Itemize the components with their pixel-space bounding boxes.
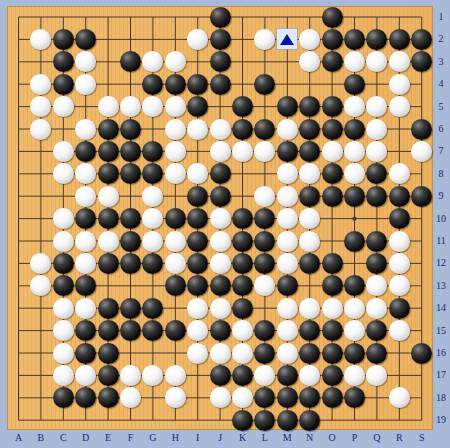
column-label-D: D — [78, 433, 94, 443]
stone-black-L4[interactable] — [254, 74, 275, 95]
column-label-G: G — [145, 433, 161, 443]
stone-white-O7[interactable] — [322, 141, 343, 162]
column-label-L: L — [257, 433, 273, 443]
stone-black-D16[interactable] — [75, 343, 96, 364]
stone-black-O13[interactable] — [322, 275, 343, 296]
stone-black-R2[interactable] — [389, 29, 410, 50]
stone-white-O14[interactable] — [322, 298, 343, 319]
stone-black-F15[interactable] — [120, 320, 141, 341]
column-label-F: F — [123, 433, 139, 443]
stone-white-B4[interactable] — [30, 74, 51, 95]
stone-black-L16[interactable] — [254, 343, 275, 364]
stone-white-M10[interactable] — [277, 208, 298, 229]
stone-black-Q16[interactable] — [366, 343, 387, 364]
stone-black-O15[interactable] — [322, 320, 343, 341]
stone-black-P11[interactable] — [344, 231, 365, 252]
stone-black-C12[interactable] — [53, 253, 74, 274]
stone-black-R9[interactable] — [389, 186, 410, 207]
column-label-S: S — [414, 433, 430, 443]
stone-white-N14[interactable] — [299, 298, 320, 319]
stone-black-N6[interactable] — [299, 119, 320, 140]
stone-black-M5[interactable] — [277, 96, 298, 117]
column-label-Q: Q — [369, 433, 385, 443]
stone-black-P9[interactable] — [344, 186, 365, 207]
stone-black-J8[interactable] — [210, 163, 231, 184]
row-label-5: 5 — [433, 102, 449, 112]
stone-white-C11[interactable] — [53, 231, 74, 252]
stone-black-E10[interactable] — [98, 208, 119, 229]
triangle-marker-icon — [280, 34, 294, 45]
stone-white-R13[interactable] — [389, 275, 410, 296]
stone-white-I6[interactable] — [187, 119, 208, 140]
stone-black-O6[interactable] — [322, 119, 343, 140]
column-label-B: B — [33, 433, 49, 443]
stone-black-E17[interactable] — [98, 365, 119, 386]
stone-black-O2[interactable] — [322, 29, 343, 50]
stone-black-K12[interactable] — [232, 253, 253, 274]
stone-black-S6[interactable] — [411, 119, 432, 140]
stone-white-D9[interactable] — [75, 186, 96, 207]
stone-black-F12[interactable] — [120, 253, 141, 274]
stone-white-R8[interactable] — [389, 163, 410, 184]
stone-black-O8[interactable] — [322, 163, 343, 184]
stone-black-L6[interactable] — [254, 119, 275, 140]
stone-white-R11[interactable] — [389, 231, 410, 252]
stone-black-G14[interactable] — [142, 298, 163, 319]
stone-white-G11[interactable] — [142, 231, 163, 252]
stone-white-C15[interactable] — [53, 320, 74, 341]
column-label-K: K — [235, 433, 251, 443]
stone-black-J9[interactable] — [210, 186, 231, 207]
row-label-6: 6 — [433, 124, 449, 134]
stone-black-N16[interactable] — [299, 343, 320, 364]
column-label-C: C — [55, 433, 71, 443]
stone-black-C18[interactable] — [53, 387, 74, 408]
stone-white-R4[interactable] — [389, 74, 410, 95]
stone-black-O3[interactable] — [322, 51, 343, 72]
stone-white-M9[interactable] — [277, 186, 298, 207]
stone-black-L19[interactable] — [254, 410, 275, 431]
stone-white-B6[interactable] — [30, 119, 51, 140]
stone-black-P16[interactable] — [344, 343, 365, 364]
stone-black-I11[interactable] — [187, 231, 208, 252]
row-label-15: 15 — [433, 326, 449, 336]
stone-white-F5[interactable] — [120, 96, 141, 117]
stone-white-C8[interactable] — [53, 163, 74, 184]
go-app-window: 12345678910111213141516171819 ABCDEFGHIJ… — [0, 0, 450, 448]
row-label-16: 16 — [433, 348, 449, 358]
stone-black-I4[interactable] — [187, 74, 208, 95]
stone-white-J10[interactable] — [210, 208, 231, 229]
stone-black-N9[interactable] — [299, 186, 320, 207]
stone-white-H18[interactable] — [165, 387, 186, 408]
stone-white-Q14[interactable] — [366, 298, 387, 319]
stone-black-I9[interactable] — [187, 186, 208, 207]
stone-white-F17[interactable] — [120, 365, 141, 386]
stone-black-L11[interactable] — [254, 231, 275, 252]
column-label-H: H — [167, 433, 183, 443]
row-label-14: 14 — [433, 303, 449, 313]
stone-black-I12[interactable] — [187, 253, 208, 274]
stone-white-C16[interactable] — [53, 343, 74, 364]
stone-white-H6[interactable] — [165, 119, 186, 140]
stone-black-E14[interactable] — [98, 298, 119, 319]
stone-white-E5[interactable] — [98, 96, 119, 117]
column-label-N: N — [302, 433, 318, 443]
column-label-I: I — [190, 433, 206, 443]
column-label-O: O — [324, 433, 340, 443]
stone-white-M15[interactable] — [277, 320, 298, 341]
stone-white-J12[interactable] — [210, 253, 231, 274]
stone-white-H8[interactable] — [165, 163, 186, 184]
stone-black-F10[interactable] — [120, 208, 141, 229]
stone-white-S7[interactable] — [411, 141, 432, 162]
stone-white-K16[interactable] — [232, 343, 253, 364]
stone-black-K14[interactable] — [232, 298, 253, 319]
column-label-E: E — [100, 433, 116, 443]
row-label-12: 12 — [433, 258, 449, 268]
go-board[interactable] — [7, 6, 433, 430]
stone-black-S2[interactable] — [411, 29, 432, 50]
stone-black-K5[interactable] — [232, 96, 253, 117]
stone-white-H3[interactable] — [165, 51, 186, 72]
stone-black-Q9[interactable] — [366, 186, 387, 207]
stone-white-H12[interactable] — [165, 253, 186, 274]
row-label-9: 9 — [433, 191, 449, 201]
stone-black-D2[interactable] — [75, 29, 96, 50]
stone-white-P7[interactable] — [344, 141, 365, 162]
stone-black-J2[interactable] — [210, 29, 231, 50]
stone-white-R5[interactable] — [389, 96, 410, 117]
stone-black-Q11[interactable] — [366, 231, 387, 252]
stone-white-N17[interactable] — [299, 365, 320, 386]
star-point — [352, 216, 356, 220]
stone-white-P14[interactable] — [344, 298, 365, 319]
column-label-A: A — [11, 433, 27, 443]
stone-black-H4[interactable] — [165, 74, 186, 95]
stone-black-E7[interactable] — [98, 141, 119, 162]
stone-white-E11[interactable] — [98, 231, 119, 252]
stone-black-F7[interactable] — [120, 141, 141, 162]
stone-white-R15[interactable] — [389, 320, 410, 341]
stone-white-J18[interactable] — [210, 387, 231, 408]
stone-white-P5[interactable] — [344, 96, 365, 117]
stone-white-I2[interactable] — [187, 29, 208, 50]
row-label-13: 13 — [433, 281, 449, 291]
stone-white-E9[interactable] — [98, 186, 119, 207]
stone-white-I16[interactable] — [187, 343, 208, 364]
stone-white-M16[interactable] — [277, 343, 298, 364]
stone-white-J6[interactable] — [210, 119, 231, 140]
stone-white-M8[interactable] — [277, 163, 298, 184]
stone-black-D7[interactable] — [75, 141, 96, 162]
stone-white-D14[interactable] — [75, 298, 96, 319]
stone-white-C14[interactable] — [53, 298, 74, 319]
stone-white-H11[interactable] — [165, 231, 186, 252]
stone-white-D6[interactable] — [75, 119, 96, 140]
row-label-7: 7 — [433, 146, 449, 156]
stone-white-R18[interactable] — [389, 387, 410, 408]
stone-black-C3[interactable] — [53, 51, 74, 72]
stone-white-H5[interactable] — [165, 96, 186, 117]
stone-black-M7[interactable] — [277, 141, 298, 162]
stone-black-J13[interactable] — [210, 275, 231, 296]
stone-black-E8[interactable] — [98, 163, 119, 184]
stone-black-E18[interactable] — [98, 387, 119, 408]
stone-white-D11[interactable] — [75, 231, 96, 252]
stone-black-E12[interactable] — [98, 253, 119, 274]
stone-white-N2[interactable] — [299, 29, 320, 50]
stone-black-J1[interactable] — [210, 7, 231, 28]
stone-white-M12[interactable] — [277, 253, 298, 274]
stone-black-G4[interactable] — [142, 74, 163, 95]
stone-black-P6[interactable] — [344, 119, 365, 140]
stone-black-C13[interactable] — [53, 275, 74, 296]
stone-black-E15[interactable] — [98, 320, 119, 341]
column-label-J: J — [212, 433, 228, 443]
stone-black-N12[interactable] — [299, 253, 320, 274]
stone-black-O17[interactable] — [322, 365, 343, 386]
row-label-18: 18 — [433, 393, 449, 403]
stone-white-D17[interactable] — [75, 365, 96, 386]
stone-black-K6[interactable] — [232, 119, 253, 140]
stone-white-I14[interactable] — [187, 298, 208, 319]
marked-point-highlight — [277, 29, 297, 49]
stone-black-O18[interactable] — [322, 387, 343, 408]
stone-white-C7[interactable] — [53, 141, 74, 162]
stone-white-M6[interactable] — [277, 119, 298, 140]
stone-white-P17[interactable] — [344, 365, 365, 386]
stone-black-O12[interactable] — [322, 253, 343, 274]
row-label-11: 11 — [433, 236, 449, 246]
stone-black-H15[interactable] — [165, 320, 186, 341]
stone-white-C10[interactable] — [53, 208, 74, 229]
stone-black-J4[interactable] — [210, 74, 231, 95]
row-label-19: 19 — [433, 415, 449, 425]
stone-white-G9[interactable] — [142, 186, 163, 207]
stone-white-H17[interactable] — [165, 365, 186, 386]
stone-white-J16[interactable] — [210, 343, 231, 364]
stone-black-J17[interactable] — [210, 365, 231, 386]
stone-black-C4[interactable] — [53, 74, 74, 95]
stone-white-L9[interactable] — [254, 186, 275, 207]
stone-black-F6[interactable] — [120, 119, 141, 140]
stone-black-H10[interactable] — [165, 208, 186, 229]
stone-white-J11[interactable] — [210, 231, 231, 252]
stone-black-O5[interactable] — [322, 96, 343, 117]
stone-black-E6[interactable] — [98, 119, 119, 140]
column-label-R: R — [391, 433, 407, 443]
stone-white-D4[interactable] — [75, 74, 96, 95]
stone-black-N19[interactable] — [299, 410, 320, 431]
stone-black-N7[interactable] — [299, 141, 320, 162]
stone-black-O1[interactable] — [322, 7, 343, 28]
stone-black-J3[interactable] — [210, 51, 231, 72]
stone-white-D12[interactable] — [75, 253, 96, 274]
stone-black-M19[interactable] — [277, 410, 298, 431]
stone-black-H13[interactable] — [165, 275, 186, 296]
stone-white-Q6[interactable] — [366, 119, 387, 140]
column-label-P: P — [347, 433, 363, 443]
row-label-10: 10 — [433, 214, 449, 224]
stone-black-J15[interactable] — [210, 320, 231, 341]
column-label-M: M — [279, 433, 295, 443]
row-label-4: 4 — [433, 79, 449, 89]
stone-white-R3[interactable] — [389, 51, 410, 72]
stone-black-K19[interactable] — [232, 410, 253, 431]
stone-black-C2[interactable] — [53, 29, 74, 50]
stone-black-M17[interactable] — [277, 365, 298, 386]
stone-white-H7[interactable] — [165, 141, 186, 162]
stone-black-S9[interactable] — [411, 186, 432, 207]
row-label-1: 1 — [433, 12, 449, 22]
stone-white-C5[interactable] — [53, 96, 74, 117]
stone-white-M11[interactable] — [277, 231, 298, 252]
stone-white-K15[interactable] — [232, 320, 253, 341]
stone-black-M13[interactable] — [277, 275, 298, 296]
stone-black-E16[interactable] — [98, 343, 119, 364]
stone-black-K10[interactable] — [232, 208, 253, 229]
stone-white-K7[interactable] — [232, 141, 253, 162]
row-label-8: 8 — [433, 169, 449, 179]
row-label-17: 17 — [433, 370, 449, 380]
stone-black-K11[interactable] — [232, 231, 253, 252]
stone-white-N11[interactable] — [299, 231, 320, 252]
stone-black-F11[interactable] — [120, 231, 141, 252]
stone-white-R12[interactable] — [389, 253, 410, 274]
stone-white-M14[interactable] — [277, 298, 298, 319]
stone-black-P2[interactable] — [344, 29, 365, 50]
row-label-2: 2 — [433, 34, 449, 44]
stone-white-C17[interactable] — [53, 365, 74, 386]
stone-white-P15[interactable] — [344, 320, 365, 341]
stone-black-R10[interactable] — [389, 208, 410, 229]
stone-black-P4[interactable] — [344, 74, 365, 95]
stone-black-S16[interactable] — [411, 343, 432, 364]
stone-black-F14[interactable] — [120, 298, 141, 319]
stone-black-K17[interactable] — [232, 365, 253, 386]
stone-black-O9[interactable] — [322, 186, 343, 207]
stone-black-O16[interactable] — [322, 343, 343, 364]
stone-white-J7[interactable] — [210, 141, 231, 162]
stone-black-M18[interactable] — [277, 387, 298, 408]
stone-black-R14[interactable] — [389, 298, 410, 319]
row-label-3: 3 — [433, 57, 449, 67]
stone-white-J14[interactable] — [210, 298, 231, 319]
